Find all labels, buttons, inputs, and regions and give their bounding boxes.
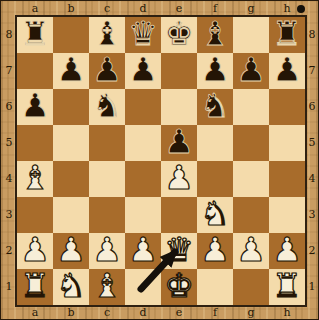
square-b3[interactable] [53,197,89,233]
file-labels-top: abcdefgh [17,1,305,17]
square-h7[interactable]: ♟ [269,53,305,89]
white-king[interactable]: ♚ [164,268,194,304]
file-label-bottom-a: a [17,305,53,320]
square-h1[interactable]: ♜ [269,269,305,305]
rank-label-right-7: 7 [304,53,319,89]
black-knight[interactable]: ♞ [92,88,122,124]
square-a7[interactable] [17,53,53,89]
square-d1[interactable] [125,269,161,305]
square-f4[interactable] [197,161,233,197]
square-d6[interactable] [125,89,161,125]
rank-label-right-8: 8 [304,17,319,53]
square-g4[interactable] [233,161,269,197]
file-label-top-b: b [53,1,89,17]
square-h4[interactable] [269,161,305,197]
square-e7[interactable] [161,53,197,89]
file-label-bottom-h: h [269,305,305,320]
white-queen[interactable]: ♛ [164,232,194,268]
black-pawn[interactable]: ♟ [236,52,266,88]
rank-label-right-1: 1 [304,269,319,305]
square-f8[interactable]: ♝ [197,17,233,53]
file-labels-bottom: abcdefgh [17,305,305,320]
black-rook[interactable]: ♜ [20,16,50,52]
black-pawn[interactable]: ♟ [200,52,230,88]
rank-labels-left: 87654321 [1,17,17,305]
square-g5[interactable] [233,125,269,161]
rank-label-left-7: 7 [1,53,17,89]
white-pawn[interactable]: ♟ [164,160,194,196]
square-g6[interactable] [233,89,269,125]
square-c4[interactable] [89,161,125,197]
square-e5[interactable]: ♟ [161,125,197,161]
white-bishop[interactable]: ♝ [92,268,122,304]
square-e8[interactable]: ♚ [161,17,197,53]
black-to-move-indicator-dot [297,5,305,13]
square-b1[interactable]: ♞ [53,269,89,305]
square-d2[interactable]: ♟ [125,233,161,269]
rank-label-right-6: 6 [304,89,319,125]
square-b6[interactable] [53,89,89,125]
square-g3[interactable] [233,197,269,233]
chess-board[interactable]: ♜♝♛♚♝♜♟♟♟♟♟♟♟♞♞♟♝♟♞♟♟♟♟♛♟♟♟♜♞♝♚♜ [17,17,305,305]
black-pawn[interactable]: ♟ [92,52,122,88]
rank-label-left-8: 8 [1,17,17,53]
square-b7[interactable]: ♟ [53,53,89,89]
square-h8[interactable]: ♜ [269,17,305,53]
square-b2[interactable]: ♟ [53,233,89,269]
square-c6[interactable]: ♞ [89,89,125,125]
square-h6[interactable] [269,89,305,125]
square-e6[interactable] [161,89,197,125]
square-e4[interactable]: ♟ [161,161,197,197]
file-label-bottom-f: f [197,305,233,320]
rank-label-left-5: 5 [1,125,17,161]
white-pawn[interactable]: ♟ [200,232,230,268]
white-pawn[interactable]: ♟ [236,232,266,268]
square-a2[interactable]: ♟ [17,233,53,269]
square-e2[interactable]: ♛ [161,233,197,269]
square-d3[interactable] [125,197,161,233]
black-pawn[interactable]: ♟ [164,124,194,160]
black-knight[interactable]: ♞ [200,88,230,124]
square-f2[interactable]: ♟ [197,233,233,269]
square-c3[interactable] [89,197,125,233]
square-f5[interactable] [197,125,233,161]
white-pawn[interactable]: ♟ [20,232,50,268]
white-rook[interactable]: ♜ [272,268,302,304]
white-knight[interactable]: ♞ [200,196,230,232]
file-label-bottom-b: b [53,305,89,320]
square-a8[interactable]: ♜ [17,17,53,53]
black-bishop[interactable]: ♝ [200,16,230,52]
file-label-top-g: g [233,1,269,17]
square-b5[interactable] [53,125,89,161]
white-pawn[interactable]: ♟ [56,232,86,268]
square-c1[interactable]: ♝ [89,269,125,305]
square-f3[interactable]: ♞ [197,197,233,233]
square-e3[interactable] [161,197,197,233]
square-g7[interactable]: ♟ [233,53,269,89]
black-pawn[interactable]: ♟ [20,88,50,124]
square-c2[interactable]: ♟ [89,233,125,269]
white-pawn[interactable]: ♟ [272,232,302,268]
square-c5[interactable] [89,125,125,161]
rank-label-left-4: 4 [1,161,17,197]
square-f7[interactable]: ♟ [197,53,233,89]
square-h3[interactable] [269,197,305,233]
white-rook[interactable]: ♜ [20,268,50,304]
rank-label-right-4: 4 [304,161,319,197]
file-label-bottom-e: e [161,305,197,320]
white-knight[interactable]: ♞ [56,268,86,304]
square-d5[interactable] [125,125,161,161]
square-g1[interactable] [233,269,269,305]
square-h2[interactable]: ♟ [269,233,305,269]
black-queen[interactable]: ♛ [128,16,158,52]
rank-label-right-5: 5 [304,125,319,161]
black-pawn[interactable]: ♟ [128,52,158,88]
square-b8[interactable] [53,17,89,53]
rank-label-left-3: 3 [1,197,17,233]
square-h5[interactable] [269,125,305,161]
black-rook[interactable]: ♜ [272,16,302,52]
rank-label-left-1: 1 [1,269,17,305]
white-pawn[interactable]: ♟ [128,232,158,268]
square-d8[interactable]: ♛ [125,17,161,53]
chess-diagram: abcdefgh 87654321 ♜♝♛♚♝♜♟♟♟♟♟♟♟♞♞♟♝♟♞♟♟♟… [0,0,319,320]
file-label-bottom-d: d [125,305,161,320]
square-e1[interactable]: ♚ [161,269,197,305]
file-label-bottom-g: g [233,305,269,320]
square-d7[interactable]: ♟ [125,53,161,89]
square-d4[interactable] [125,161,161,197]
square-c8[interactable]: ♝ [89,17,125,53]
rank-label-right-3: 3 [304,197,319,233]
square-a1[interactable]: ♜ [17,269,53,305]
square-f1[interactable] [197,269,233,305]
black-pawn[interactable]: ♟ [272,52,302,88]
rank-label-left-2: 2 [1,233,17,269]
square-g8[interactable] [233,17,269,53]
rank-label-right-2: 2 [304,233,319,269]
square-b4[interactable] [53,161,89,197]
file-label-bottom-c: c [89,305,125,320]
square-a6[interactable]: ♟ [17,89,53,125]
rank-labels-right: 87654321 [304,17,319,305]
black-pawn[interactable]: ♟ [56,52,86,88]
black-king[interactable]: ♚ [164,16,194,52]
square-a5[interactable] [17,125,53,161]
white-pawn[interactable]: ♟ [92,232,122,268]
black-bishop[interactable]: ♝ [92,16,122,52]
square-g2[interactable]: ♟ [233,233,269,269]
square-f6[interactable]: ♞ [197,89,233,125]
square-a3[interactable] [17,197,53,233]
rank-label-left-6: 6 [1,89,17,125]
square-c7[interactable]: ♟ [89,53,125,89]
white-bishop[interactable]: ♝ [20,160,50,196]
square-a4[interactable]: ♝ [17,161,53,197]
